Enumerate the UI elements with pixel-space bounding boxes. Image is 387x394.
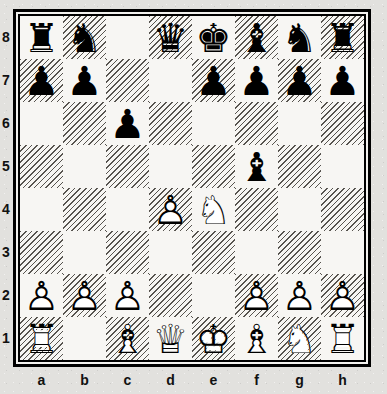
- square-c3[interactable]: [106, 231, 149, 274]
- square-f6[interactable]: [235, 102, 278, 145]
- board-inner-frame: ♜♞♛♚♝♞♜♟♟♟♟♟♟♟♝♟♙♞♘♟♙♟♙♟♙♟♙♟♙♟♙♜♖♝♗♛♕♚♔♝…: [18, 14, 366, 362]
- square-d6[interactable]: [149, 102, 192, 145]
- square-e2[interactable]: [192, 274, 235, 317]
- square-e5[interactable]: [192, 145, 235, 188]
- white-pawn-h2[interactable]: ♟♙: [321, 274, 364, 317]
- file-label-e: e: [192, 369, 235, 391]
- square-d8[interactable]: ♛: [149, 16, 192, 59]
- chess-board: ♜♞♛♚♝♞♜♟♟♟♟♟♟♟♝♟♙♞♘♟♙♟♙♟♙♟♙♟♙♟♙♜♖♝♗♛♕♚♔♝…: [20, 16, 364, 360]
- square-h8[interactable]: ♜: [321, 16, 364, 59]
- black-bishop-f8[interactable]: ♝: [235, 16, 278, 59]
- square-e8[interactable]: ♚: [192, 16, 235, 59]
- white-rook-h1[interactable]: ♜♖: [321, 317, 364, 360]
- square-e6[interactable]: [192, 102, 235, 145]
- square-b7[interactable]: ♟: [63, 59, 106, 102]
- white-queen-d1[interactable]: ♛♕: [149, 317, 192, 360]
- white-bishop-f1[interactable]: ♝♗: [235, 317, 278, 360]
- piece-outline-layer: ♙: [235, 274, 278, 317]
- rank-label-5: 5: [0, 145, 12, 188]
- piece-outline-layer: ♗: [106, 317, 149, 360]
- square-c7[interactable]: [106, 59, 149, 102]
- square-e3[interactable]: [192, 231, 235, 274]
- square-g4[interactable]: [278, 188, 321, 231]
- piece-glyph: ♜: [20, 16, 63, 59]
- file-label-d: d: [149, 369, 192, 391]
- file-label-b: b: [63, 369, 106, 391]
- black-bishop-f5[interactable]: ♝: [235, 145, 278, 188]
- square-a5[interactable]: [20, 145, 63, 188]
- square-d4[interactable]: ♟♙: [149, 188, 192, 231]
- square-e4[interactable]: ♞♘: [192, 188, 235, 231]
- piece-outline-layer: ♙: [321, 274, 364, 317]
- square-a2[interactable]: ♟♙: [20, 274, 63, 317]
- piece-outline-layer: ♙: [63, 274, 106, 317]
- black-knight-b8[interactable]: ♞: [63, 16, 106, 59]
- piece-glyph: ♝: [235, 16, 278, 59]
- square-a7[interactable]: ♟: [20, 59, 63, 102]
- square-d2[interactable]: [149, 274, 192, 317]
- square-g2[interactable]: ♟♙: [278, 274, 321, 317]
- file-label-g: g: [278, 369, 321, 391]
- square-f4[interactable]: [235, 188, 278, 231]
- white-pawn-g2[interactable]: ♟♙: [278, 274, 321, 317]
- square-g6[interactable]: [278, 102, 321, 145]
- black-pawn-f7[interactable]: ♟: [235, 59, 278, 102]
- white-pawn-b2[interactable]: ♟♙: [63, 274, 106, 317]
- board-frame: ♜♞♛♚♝♞♜♟♟♟♟♟♟♟♝♟♙♞♘♟♙♟♙♟♙♟♙♟♙♟♙♜♖♝♗♛♕♚♔♝…: [13, 9, 371, 367]
- square-c2[interactable]: ♟♙: [106, 274, 149, 317]
- piece-outline-layer: ♕: [149, 317, 192, 360]
- square-h5[interactable]: [321, 145, 364, 188]
- square-a8[interactable]: ♜: [20, 16, 63, 59]
- piece-glyph: ♟: [321, 59, 364, 102]
- square-f5[interactable]: ♝: [235, 145, 278, 188]
- square-f2[interactable]: ♟♙: [235, 274, 278, 317]
- piece-outline-layer: ♙: [20, 274, 63, 317]
- white-pawn-f2[interactable]: ♟♙: [235, 274, 278, 317]
- rank-label-6: 6: [0, 102, 12, 145]
- piece-glyph: ♝: [235, 145, 278, 188]
- square-f7[interactable]: ♟: [235, 59, 278, 102]
- piece-outline-layer: ♘: [278, 317, 321, 360]
- file-label-a: a: [20, 369, 63, 391]
- square-c6[interactable]: ♟: [106, 102, 149, 145]
- rank-labels: 87654321: [0, 16, 12, 360]
- square-e7[interactable]: ♟: [192, 59, 235, 102]
- piece-outline-layer: ♖: [20, 317, 63, 360]
- piece-outline-layer: ♔: [192, 317, 235, 360]
- square-g5[interactable]: [278, 145, 321, 188]
- square-d7[interactable]: [149, 59, 192, 102]
- rank-label-8: 8: [0, 16, 12, 59]
- piece-outline-layer: ♙: [278, 274, 321, 317]
- square-a4[interactable]: [20, 188, 63, 231]
- white-knight-g1[interactable]: ♞♘: [278, 317, 321, 360]
- square-h3[interactable]: [321, 231, 364, 274]
- black-knight-g8[interactable]: ♞: [278, 16, 321, 59]
- square-g1[interactable]: ♞♘: [278, 317, 321, 360]
- square-h1[interactable]: ♜♖: [321, 317, 364, 360]
- white-rook-a1[interactable]: ♜♖: [20, 317, 63, 360]
- piece-glyph: ♞: [63, 16, 106, 59]
- piece-glyph: ♟: [20, 59, 63, 102]
- square-b2[interactable]: ♟♙: [63, 274, 106, 317]
- black-queen-d8[interactable]: ♛: [149, 16, 192, 59]
- square-g7[interactable]: ♟: [278, 59, 321, 102]
- file-label-f: f: [235, 369, 278, 391]
- black-king-e8[interactable]: ♚: [192, 16, 235, 59]
- square-h7[interactable]: ♟: [321, 59, 364, 102]
- rank-label-7: 7: [0, 59, 12, 102]
- white-pawn-d4[interactable]: ♟♙: [149, 188, 192, 231]
- piece-glyph: ♟: [63, 59, 106, 102]
- white-bishop-c1[interactable]: ♝♗: [106, 317, 149, 360]
- white-king-e1[interactable]: ♚♔: [192, 317, 235, 360]
- square-b3[interactable]: [63, 231, 106, 274]
- piece-glyph: ♚: [192, 16, 235, 59]
- piece-glyph: ♟: [235, 59, 278, 102]
- piece-glyph: ♜: [321, 16, 364, 59]
- square-h2[interactable]: ♟♙: [321, 274, 364, 317]
- black-pawn-e7[interactable]: ♟: [192, 59, 235, 102]
- square-e1[interactable]: ♚♔: [192, 317, 235, 360]
- rank-label-1: 1: [0, 317, 12, 360]
- piece-glyph: ♛: [149, 16, 192, 59]
- square-b4[interactable]: [63, 188, 106, 231]
- piece-outline-layer: ♗: [235, 317, 278, 360]
- square-a1[interactable]: ♜♖: [20, 317, 63, 360]
- square-d3[interactable]: [149, 231, 192, 274]
- square-f1[interactable]: ♝♗: [235, 317, 278, 360]
- black-pawn-c6[interactable]: ♟: [106, 102, 149, 145]
- white-pawn-c2[interactable]: ♟♙: [106, 274, 149, 317]
- chess-diagram: 87654321 ♜♞♛♚♝♞♜♟♟♟♟♟♟♟♝♟♙♞♘♟♙♟♙♟♙♟♙♟♙♟♙…: [0, 0, 387, 394]
- black-rook-h8[interactable]: ♜: [321, 16, 364, 59]
- black-pawn-a7[interactable]: ♟: [20, 59, 63, 102]
- square-b1[interactable]: [63, 317, 106, 360]
- file-labels: abcdefgh: [20, 369, 364, 391]
- square-c8[interactable]: [106, 16, 149, 59]
- piece-glyph: ♟: [106, 102, 149, 145]
- white-pawn-a2[interactable]: ♟♙: [20, 274, 63, 317]
- piece-glyph: ♟: [278, 59, 321, 102]
- black-pawn-g7[interactable]: ♟: [278, 59, 321, 102]
- square-a3[interactable]: [20, 231, 63, 274]
- square-b6[interactable]: [63, 102, 106, 145]
- file-label-h: h: [321, 369, 364, 391]
- white-knight-e4[interactable]: ♞♘: [192, 188, 235, 231]
- piece-glyph: ♟: [192, 59, 235, 102]
- piece-outline-layer: ♙: [106, 274, 149, 317]
- rank-label-4: 4: [0, 188, 12, 231]
- square-c5[interactable]: [106, 145, 149, 188]
- piece-outline-layer: ♖: [321, 317, 364, 360]
- file-label-c: c: [106, 369, 149, 391]
- square-a6[interactable]: [20, 102, 63, 145]
- square-b8[interactable]: ♞: [63, 16, 106, 59]
- square-g3[interactable]: [278, 231, 321, 274]
- square-c1[interactable]: ♝♗: [106, 317, 149, 360]
- square-d5[interactable]: [149, 145, 192, 188]
- square-h4[interactable]: [321, 188, 364, 231]
- rank-label-3: 3: [0, 231, 12, 274]
- black-pawn-b7[interactable]: ♟: [63, 59, 106, 102]
- square-g8[interactable]: ♞: [278, 16, 321, 59]
- black-rook-a8[interactable]: ♜: [20, 16, 63, 59]
- square-f8[interactable]: ♝: [235, 16, 278, 59]
- piece-outline-layer: ♙: [149, 188, 192, 231]
- square-b5[interactable]: [63, 145, 106, 188]
- square-f3[interactable]: [235, 231, 278, 274]
- rank-label-2: 2: [0, 274, 12, 317]
- square-d1[interactable]: ♛♕: [149, 317, 192, 360]
- piece-glyph: ♞: [278, 16, 321, 59]
- piece-outline-layer: ♘: [192, 188, 235, 231]
- black-pawn-h7[interactable]: ♟: [321, 59, 364, 102]
- square-h6[interactable]: [321, 102, 364, 145]
- square-c4[interactable]: [106, 188, 149, 231]
